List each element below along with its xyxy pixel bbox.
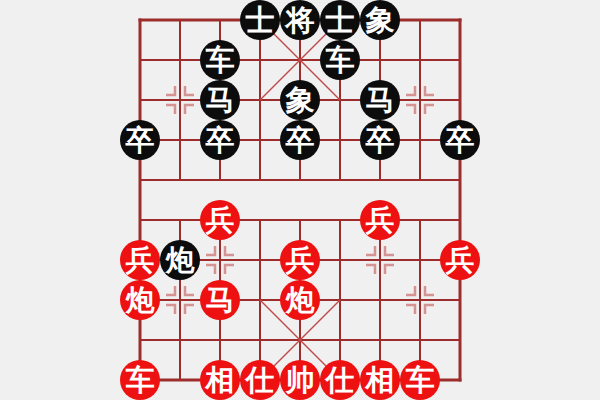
piece-red-horse[interactable]: 马 [200,280,240,320]
piece-red-chariot[interactable]: 车 [120,360,160,400]
piece-black-soldier[interactable]: 卒 [360,120,400,160]
piece-red-advisor[interactable]: 仕 [240,360,280,400]
piece-red-advisor[interactable]: 仕 [320,360,360,400]
piece-red-soldier[interactable]: 兵 [120,240,160,280]
piece-black-chariot[interactable]: 车 [200,40,240,80]
piece-red-chariot[interactable]: 车 [400,360,440,400]
piece-black-horse[interactable]: 马 [200,80,240,120]
piece-red-soldier[interactable]: 兵 [200,200,240,240]
piece-red-soldier[interactable]: 兵 [360,200,400,240]
piece-red-elephant[interactable]: 相 [360,360,400,400]
piece-red-soldier[interactable]: 兵 [440,240,480,280]
piece-black-horse[interactable]: 马 [360,80,400,120]
piece-black-soldier[interactable]: 卒 [440,120,480,160]
piece-black-general[interactable]: 将 [280,0,320,40]
piece-black-chariot[interactable]: 车 [320,40,360,80]
piece-black-cannon[interactable]: 炮 [160,240,200,280]
piece-red-general[interactable]: 帅 [280,360,320,400]
piece-black-soldier[interactable]: 卒 [200,120,240,160]
piece-red-cannon[interactable]: 炮 [120,280,160,320]
piece-red-cannon[interactable]: 炮 [280,280,320,320]
piece-black-advisor[interactable]: 士 [240,0,280,40]
piece-red-elephant[interactable]: 相 [200,360,240,400]
piece-black-soldier[interactable]: 卒 [120,120,160,160]
piece-red-soldier[interactable]: 兵 [280,240,320,280]
grid-lines [140,20,460,380]
xiangqi-board: 士将士象车车马象马卒卒卒卒卒炮兵兵兵兵兵炮马炮车相仕帅仕相车 [0,0,600,400]
piece-black-advisor[interactable]: 士 [320,0,360,40]
piece-black-elephant[interactable]: 象 [280,80,320,120]
piece-black-elephant[interactable]: 象 [360,0,400,40]
piece-black-soldier[interactable]: 卒 [280,120,320,160]
board-grid [0,0,600,400]
